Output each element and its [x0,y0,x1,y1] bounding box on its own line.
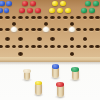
board-hole [0,45,3,49]
board-hole [57,16,62,20]
peg-blue[interactable] [0,1,5,7]
board-hole [50,28,55,32]
board-hole [5,37,10,41]
board-hole [76,28,81,32]
board-hole [44,22,49,26]
board-hole [18,52,23,56]
board-hole [76,45,81,49]
board-hole [70,16,75,20]
table-surface [0,62,100,100]
board-hole [31,28,36,32]
board-hole [5,28,10,32]
peg-red[interactable] [19,8,25,14]
peg-green[interactable] [89,8,95,14]
peg-red[interactable] [30,1,36,7]
board-hole [63,16,68,20]
board-hole [63,45,68,49]
peg-blue[interactable] [0,8,3,14]
board-hole [76,16,81,20]
board-hole [44,45,49,49]
board-hole [57,28,62,32]
board-hole [57,45,62,49]
board-hole [83,37,88,41]
peg-red[interactable] [27,8,33,14]
peg-red[interactable] [35,8,41,14]
board-hole [37,16,42,20]
peg-yellow[interactable] [52,1,58,7]
barricade-peg-white[interactable] [69,27,75,33]
peg-green[interactable] [81,8,87,14]
photo-scene [0,0,100,100]
board-hole [95,45,100,49]
board-hole [70,45,75,49]
board-hole [25,28,30,32]
table-peg-green[interactable] [72,69,79,80]
peg-green[interactable] [85,1,91,7]
board-hole [89,16,94,20]
peg-blue[interactable] [4,8,10,14]
board-hole [37,45,42,49]
table-peg-cap-green [71,67,79,71]
board-hole [12,22,17,26]
board-hole [0,28,3,32]
peg-yellow[interactable] [49,8,55,14]
board-hole [83,16,88,20]
peg-yellow[interactable] [60,1,66,7]
board-hole [31,45,36,49]
board-hole [89,45,94,49]
table-peg-blue[interactable] [52,66,59,78]
peg-green[interactable] [93,1,99,7]
board-hole [37,37,42,41]
table-peg-cap-red [56,82,64,86]
board-hole [25,45,30,49]
board-hole [89,28,94,32]
barricade-peg-white[interactable] [43,27,49,33]
table-peg-yellow[interactable] [35,83,42,96]
table-peg-cap-blue [52,64,60,68]
table-peg-natural[interactable] [24,71,31,81]
board-hole [83,45,88,49]
board-hole [70,22,75,26]
board-hole [95,28,100,32]
board-hole [50,16,55,20]
board-hole [83,28,88,32]
peg-yellow[interactable] [65,8,71,14]
board-hole [31,16,36,20]
table-peg-red[interactable] [57,84,64,97]
board-hole [18,37,23,41]
board-hole [12,45,17,49]
board-hole [25,16,30,20]
board-hole [63,28,68,32]
board-hole [70,37,75,41]
peg-red[interactable] [22,1,28,7]
board-hole [5,16,10,20]
barricade-peg-white[interactable] [11,27,17,33]
game-board [0,0,100,62]
board-hole [18,45,23,49]
board-hole [70,52,75,56]
board-hole [50,45,55,49]
board-hole [18,28,23,32]
board-top-face [0,0,100,57]
board-hole [5,45,10,49]
board-hole [44,16,49,20]
peg-blue[interactable] [6,1,12,7]
board-hole [0,16,3,20]
board-hole [37,28,42,32]
board-hole [95,16,100,20]
board-hole [50,37,55,41]
board-hole [18,16,23,20]
peg-yellow[interactable] [57,8,63,14]
table-peg-cap-natural [23,69,30,73]
table-peg-cap-yellow [35,81,43,85]
board-hole [12,16,17,20]
